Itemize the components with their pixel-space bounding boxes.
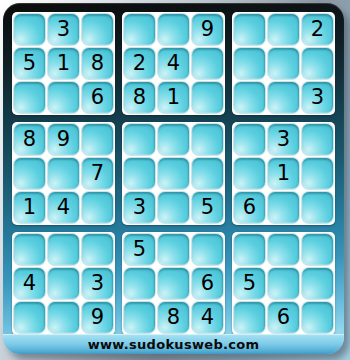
- sudoku-cell[interactable]: [82, 14, 113, 45]
- sudoku-cell[interactable]: [234, 234, 265, 265]
- sudoku-cell[interactable]: 5: [124, 234, 155, 265]
- sudoku-cell[interactable]: [158, 268, 189, 299]
- sudoku-cell[interactable]: 6: [268, 302, 299, 333]
- sudoku-cell[interactable]: [48, 302, 79, 333]
- sudoku-cell[interactable]: [158, 192, 189, 223]
- sudoku-cell[interactable]: [234, 302, 265, 333]
- sudoku-cell[interactable]: [14, 302, 45, 333]
- sudoku-cell[interactable]: [124, 302, 155, 333]
- sudoku-cell[interactable]: 1: [268, 158, 299, 189]
- sudoku-cell[interactable]: [234, 14, 265, 45]
- sudoku-cell[interactable]: 8: [82, 48, 113, 79]
- sudoku-cell[interactable]: [302, 158, 333, 189]
- sudoku-cell[interactable]: 3: [82, 268, 113, 299]
- sudoku-cell[interactable]: [48, 234, 79, 265]
- sudoku-cell[interactable]: [124, 158, 155, 189]
- footer-band: www.sudokusweb.com: [3, 334, 344, 354]
- sudoku-block: 56: [232, 232, 335, 335]
- sudoku-cell[interactable]: [124, 268, 155, 299]
- sudoku-block: 5684: [122, 232, 225, 335]
- sudoku-cell[interactable]: [268, 82, 299, 113]
- sudoku-cell[interactable]: 6: [234, 192, 265, 223]
- sudoku-cell[interactable]: [82, 124, 113, 155]
- sudoku-cell[interactable]: [14, 234, 45, 265]
- sudoku-cell[interactable]: [192, 234, 223, 265]
- sudoku-cell[interactable]: 9: [192, 14, 223, 45]
- sudoku-cell[interactable]: 5: [192, 192, 223, 223]
- sudoku-cell[interactable]: 1: [14, 192, 45, 223]
- sudoku-cell[interactable]: [234, 82, 265, 113]
- sudoku-cell[interactable]: [48, 158, 79, 189]
- sudoku-cell[interactable]: [268, 268, 299, 299]
- sudoku-cell[interactable]: [14, 82, 45, 113]
- sudoku-cell[interactable]: 2: [124, 48, 155, 79]
- sudoku-cell[interactable]: [82, 234, 113, 265]
- sudoku-cell[interactable]: [158, 234, 189, 265]
- sudoku-block: 23: [232, 12, 335, 115]
- sudoku-cell[interactable]: 9: [48, 124, 79, 155]
- sudoku-cell[interactable]: [268, 192, 299, 223]
- sudoku-cell[interactable]: [14, 14, 45, 45]
- sudoku-cell[interactable]: [158, 14, 189, 45]
- sudoku-block: 35: [122, 122, 225, 225]
- sudoku-cell[interactable]: 2: [302, 14, 333, 45]
- sudoku-block: 89714: [12, 122, 115, 225]
- sudoku-cell[interactable]: [302, 234, 333, 265]
- sudoku-cell[interactable]: 6: [82, 82, 113, 113]
- sudoku-cell[interactable]: [158, 158, 189, 189]
- sudoku-cell[interactable]: 1: [158, 82, 189, 113]
- sudoku-cell[interactable]: 3: [302, 82, 333, 113]
- sudoku-cell[interactable]: 3: [268, 124, 299, 155]
- sudoku-block: 439: [12, 232, 115, 335]
- sudoku-cell[interactable]: [192, 158, 223, 189]
- sudoku-cell[interactable]: [268, 48, 299, 79]
- sudoku-board: 3518692481238971435316439568456 www.sudo…: [3, 3, 344, 354]
- sudoku-cell[interactable]: 1: [48, 48, 79, 79]
- sudoku-cell[interactable]: 4: [48, 192, 79, 223]
- site-url: www.sudokusweb.com: [88, 337, 260, 352]
- page-background: 3518692481238971435316439568456 www.sudo…: [0, 0, 350, 360]
- sudoku-cell[interactable]: [14, 158, 45, 189]
- sudoku-cell[interactable]: [302, 48, 333, 79]
- sudoku-cell[interactable]: [268, 14, 299, 45]
- sudoku-cell[interactable]: [192, 48, 223, 79]
- sudoku-cell[interactable]: 8: [158, 302, 189, 333]
- sudoku-cell[interactable]: 8: [14, 124, 45, 155]
- sudoku-cell[interactable]: 4: [158, 48, 189, 79]
- sudoku-cell[interactable]: 5: [234, 268, 265, 299]
- sudoku-cell[interactable]: [48, 82, 79, 113]
- sudoku-cell[interactable]: [234, 124, 265, 155]
- sudoku-cell[interactable]: 7: [82, 158, 113, 189]
- sudoku-cell[interactable]: [302, 192, 333, 223]
- sudoku-cell[interactable]: [82, 192, 113, 223]
- sudoku-cell[interactable]: 3: [48, 14, 79, 45]
- sudoku-cell[interactable]: [192, 124, 223, 155]
- sudoku-cell[interactable]: 5: [14, 48, 45, 79]
- sudoku-cell[interactable]: 3: [124, 192, 155, 223]
- sudoku-block: 92481: [122, 12, 225, 115]
- sudoku-block: 316: [232, 122, 335, 225]
- sudoku-cell[interactable]: [302, 268, 333, 299]
- sudoku-cell[interactable]: [192, 82, 223, 113]
- sudoku-cell[interactable]: 4: [192, 302, 223, 333]
- sudoku-cell[interactable]: [268, 234, 299, 265]
- sudoku-block: 35186: [12, 12, 115, 115]
- sudoku-cell[interactable]: 8: [124, 82, 155, 113]
- sudoku-cell[interactable]: [48, 268, 79, 299]
- sudoku-cell[interactable]: 9: [82, 302, 113, 333]
- sudoku-cell[interactable]: [234, 158, 265, 189]
- sudoku-cell[interactable]: 6: [192, 268, 223, 299]
- sudoku-cell[interactable]: [124, 124, 155, 155]
- sudoku-cell[interactable]: [234, 48, 265, 79]
- sudoku-cell[interactable]: [302, 302, 333, 333]
- sudoku-cell[interactable]: [302, 124, 333, 155]
- sudoku-grid: 3518692481238971435316439568456: [12, 12, 335, 335]
- sudoku-cell[interactable]: [158, 124, 189, 155]
- sudoku-cell[interactable]: 4: [14, 268, 45, 299]
- sudoku-cell[interactable]: [124, 14, 155, 45]
